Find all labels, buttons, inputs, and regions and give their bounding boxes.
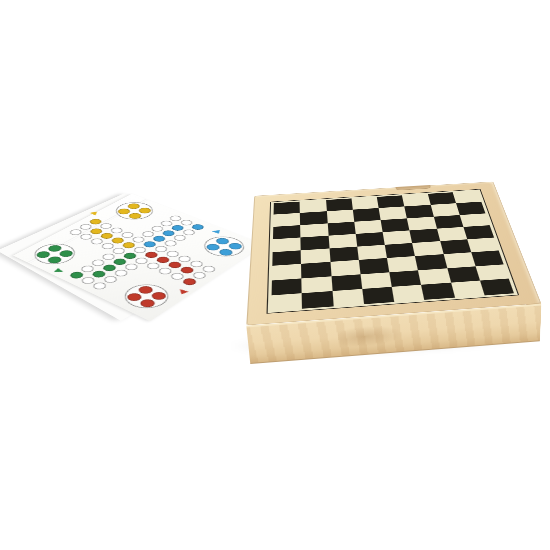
lid-finger-notch-icon [395,185,431,191]
checker-square [332,289,364,307]
ludo-start-arrow-yellow [90,212,99,216]
ludo-cell [133,256,150,265]
checker-square [421,283,454,300]
product-photo-stage [0,0,550,550]
ludo-home-dot-green [57,249,76,258]
ludo-cell [153,245,170,253]
checker-square [271,293,302,311]
ludo-home-dot-red [136,284,156,295]
ludo-home-red [116,280,177,313]
ludo-cell [156,267,174,276]
ludo-cell [132,246,149,254]
ludo-cell [101,263,119,272]
ludo-cell [112,269,130,278]
ludo-home-dot-green [45,255,64,265]
ludo-cell [145,261,162,270]
ludo-cell [111,257,128,266]
box-3d [250,214,540,364]
ludo-cell [154,255,171,264]
checker-square [480,278,514,295]
ludo-cell [178,266,195,275]
box-lid [246,182,541,326]
ludo-cell [100,252,117,261]
checkerboard-frame [267,189,520,314]
ludo-cell [188,260,205,269]
ludo-start-arrow-red [177,288,189,294]
ludo-cell [90,270,108,279]
checker-square [302,291,333,309]
checker-square [392,285,425,302]
ludo-cell [68,271,86,280]
ludo-cell [121,252,138,261]
ludo-cell [91,281,109,291]
ludo-cell [90,258,107,267]
ludo-cell [102,275,120,284]
checkerboard [271,191,514,311]
checker-square [362,287,394,305]
ludo-start-arrow-green [54,268,65,274]
ludo-home-dot-green [34,250,53,259]
ludo-cell [168,272,186,281]
ludo-cell [79,276,97,285]
ludo-cell [123,262,140,271]
ludo-cell [176,255,193,264]
ludo-cell [166,260,183,269]
ludo-cell [79,264,97,273]
ludo-cell [200,265,217,274]
ludo-cell [143,251,160,260]
checker-square [451,280,485,297]
ludo-home-dot-red [149,290,169,301]
ludo-home-dot-red [137,297,157,308]
ludo-cell [191,271,209,280]
ludo-cell [181,277,199,287]
ludo-home-dot-red [124,291,144,302]
wooden-game-box [216,110,550,450]
ludo-cell [164,250,181,259]
ludo-cell [110,247,127,256]
